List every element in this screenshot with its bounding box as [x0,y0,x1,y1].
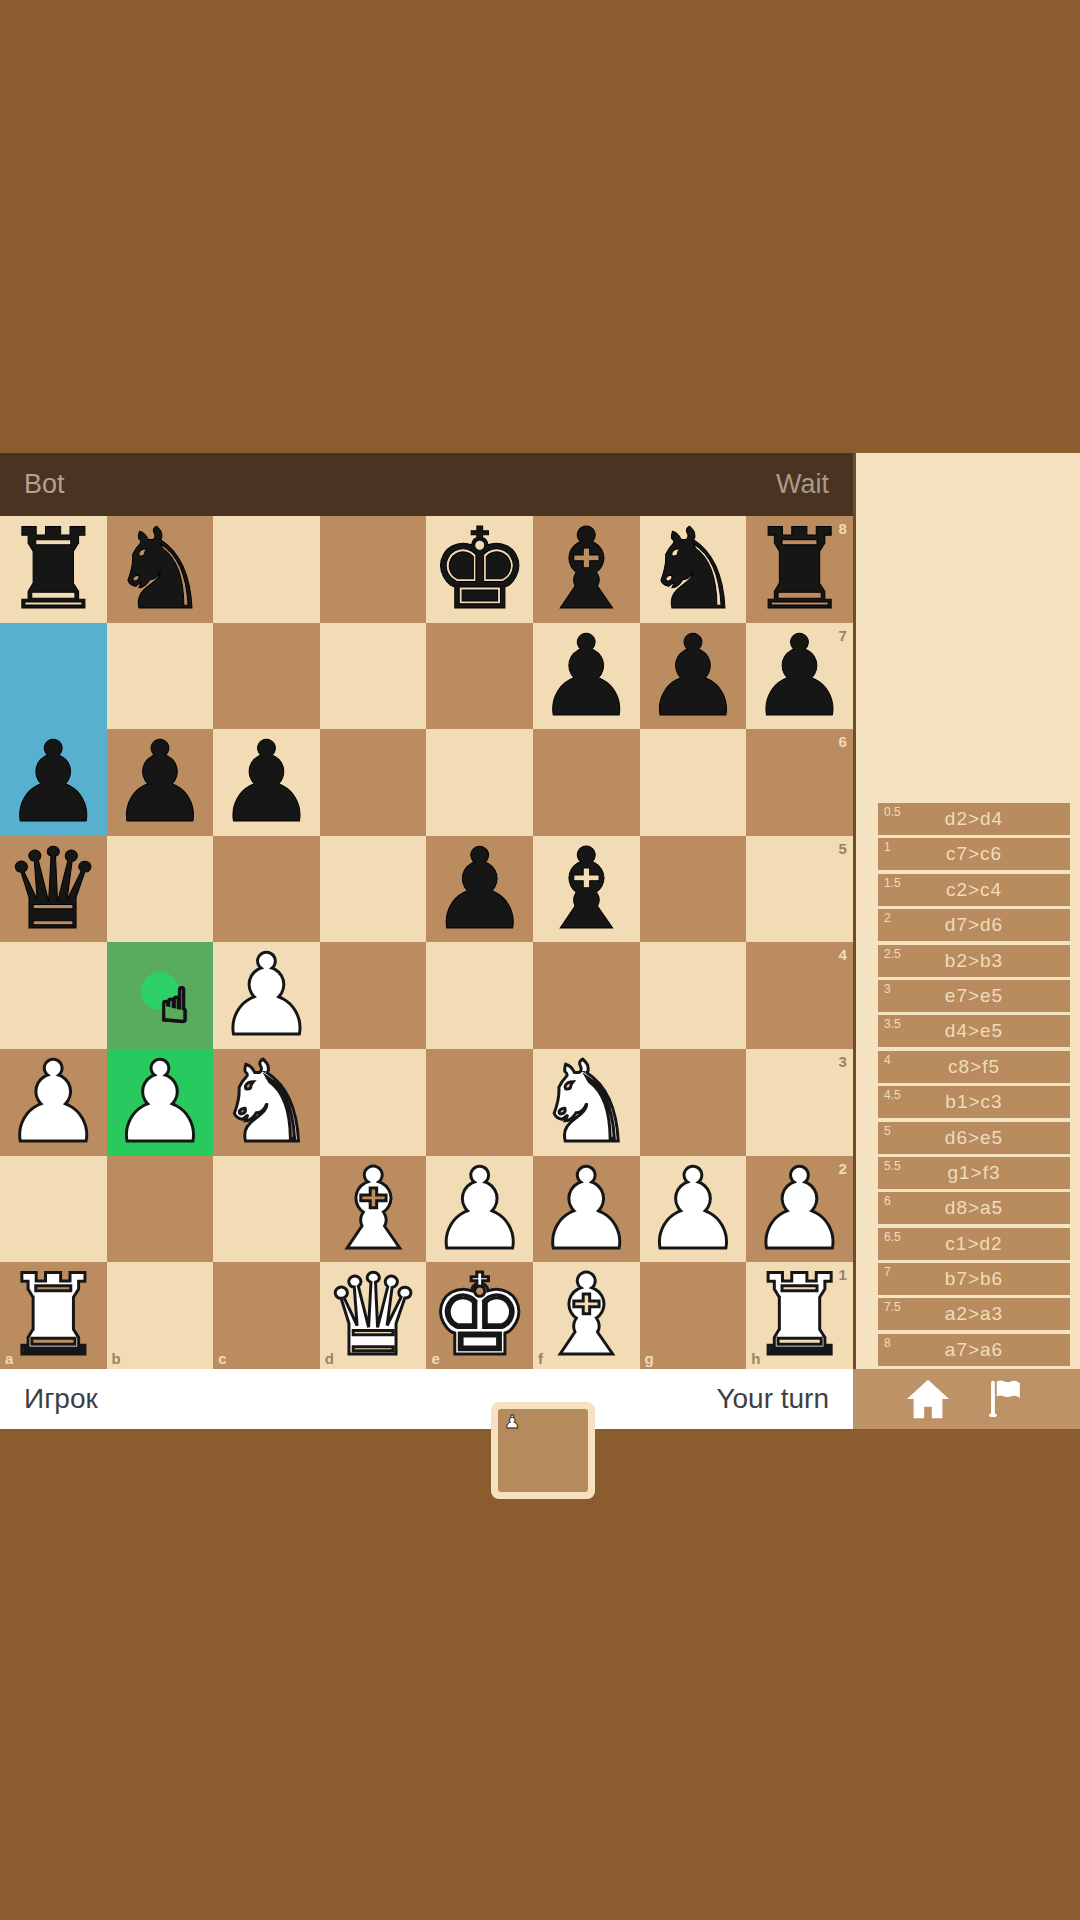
piece-black-pawn[interactable]: ♟ [0,729,107,836]
move-row[interactable]: 4.5b1>c3 [878,1086,1070,1118]
piece-white-pawn[interactable]: ♟ [0,1049,107,1156]
square-h8[interactable]: ♜8 [746,516,853,623]
square-c6[interactable]: ♟ [213,729,320,836]
square-g5[interactable] [640,836,747,943]
file-label-h: h [751,1350,760,1367]
piece-black-bishop[interactable]: ♝ [533,836,640,943]
move-number: 5.5 [884,1159,901,1173]
captured-piece-tray-inner: ♟ [498,1409,588,1492]
file-label-d: d [325,1350,334,1367]
square-h4[interactable]: 4 [746,942,853,1049]
move-text: c7>c6 [946,843,1002,865]
piece-black-knight[interactable]: ♞ [107,516,214,623]
piece-black-pawn[interactable]: ♟ [107,729,214,836]
piece-white-pawn[interactable]: ♟ [426,1156,533,1263]
square-g1[interactable]: g [640,1262,747,1369]
piece-black-pawn[interactable]: ♟ [746,623,853,730]
sidebar: 0.5d2>d41c7>c61.5c2>c42d7>d62.5b2>b33e7>… [853,453,1080,1429]
move-number: 7 [884,1265,891,1279]
square-d6[interactable] [320,729,427,836]
square-f5[interactable]: ♝ [533,836,640,943]
square-h1[interactable]: ♜1h [746,1262,853,1369]
move-row[interactable]: 2d7>d6 [878,909,1070,941]
piece-black-knight[interactable]: ♞ [640,516,747,623]
move-number: 5 [884,1124,891,1138]
move-row[interactable]: 1.5c2>c4 [878,874,1070,906]
piece-black-rook[interactable]: ♜ [0,516,107,623]
piece-black-pawn[interactable]: ♟ [640,623,747,730]
rank-label-8: 8 [838,520,846,537]
square-e1[interactable]: ♚e [426,1262,533,1369]
square-d7[interactable] [320,623,427,730]
square-b6[interactable]: ♟ [107,729,214,836]
move-text: c8>f5 [948,1056,1000,1078]
square-d1[interactable]: ♛d [320,1262,427,1369]
opponent-bar: Bot Wait [0,453,853,516]
square-d8[interactable] [320,516,427,623]
turn-status: Your turn [716,1383,829,1415]
square-b4[interactable]: ☝ [107,942,214,1049]
square-h7[interactable]: ♟7 [746,623,853,730]
piece-white-bishop[interactable]: ♝ [533,1262,640,1369]
square-h3[interactable]: 3 [746,1049,853,1156]
move-number: 3 [884,982,891,996]
app-screen: Bot Wait ♜♞♚♝♞♜8♟♟♟7♟♟♟6♛♟♝5☝♟4♟♟♞♞3♝♟♟♟… [0,0,1080,1920]
square-c2[interactable] [213,1156,320,1263]
move-row[interactable]: 3.5d4>e5 [878,1015,1070,1047]
square-a8[interactable]: ♜ [0,516,107,623]
move-text: d8>a5 [945,1197,1003,1219]
move-text: a7>a6 [945,1339,1003,1361]
file-label-g: g [645,1350,654,1367]
square-f4[interactable] [533,942,640,1049]
rank-label-2: 2 [838,1160,846,1177]
piece-black-king[interactable]: ♚ [426,516,533,623]
move-number: 4 [884,1053,891,1067]
file-label-b: b [112,1350,121,1367]
rank-label-1: 1 [838,1266,846,1283]
chess-board[interactable]: ♜♞♚♝♞♜8♟♟♟7♟♟♟6♛♟♝5☝♟4♟♟♞♞3♝♟♟♟♟2♜abc♛d♚… [0,516,853,1369]
square-g8[interactable]: ♞ [640,516,747,623]
square-a3[interactable]: ♟ [0,1049,107,1156]
square-f3[interactable]: ♞ [533,1049,640,1156]
move-number: 6.5 [884,1230,901,1244]
home-button[interactable] [904,1375,952,1423]
move-number: 2 [884,911,891,925]
move-number: 1.5 [884,876,901,890]
move-text: b2>b3 [945,950,1003,972]
square-c1[interactable]: c [213,1262,320,1369]
square-e8[interactable]: ♚ [426,516,533,623]
square-e2[interactable]: ♟ [426,1156,533,1263]
piece-white-pawn[interactable]: ♟ [640,1156,747,1263]
cursor-hand-icon: ☝ [160,981,189,1029]
square-e4[interactable] [426,942,533,1049]
square-e5[interactable]: ♟ [426,836,533,943]
square-a6[interactable]: ♟ [0,729,107,836]
move-row[interactable]: 5d6>e5 [878,1122,1070,1154]
move-text: d6>e5 [945,1127,1003,1149]
move-row[interactable]: 1c7>c6 [878,838,1070,870]
move-number: 6 [884,1194,891,1208]
square-f6[interactable] [533,729,640,836]
rank-label-7: 7 [838,627,846,644]
move-number: 1 [884,840,891,854]
square-g3[interactable] [640,1049,747,1156]
square-f2[interactable]: ♟ [533,1156,640,1263]
square-c3[interactable]: ♞ [213,1049,320,1156]
file-label-f: f [538,1350,543,1367]
square-f7[interactable]: ♟ [533,623,640,730]
move-number: 2.5 [884,947,901,961]
square-d5[interactable] [320,836,427,943]
piece-black-pawn[interactable]: ♟ [533,623,640,730]
square-a7[interactable] [0,623,107,730]
piece-white-pawn[interactable]: ♟ [107,1049,214,1156]
move-row[interactable]: 0.5d2>d4 [878,803,1070,835]
square-a5[interactable]: ♛ [0,836,107,943]
piece-white-king[interactable]: ♚ [426,1262,533,1369]
piece-white-pawn[interactable]: ♟ [746,1156,853,1263]
player-name: Игрок [24,1383,98,1415]
move-number: 7.5 [884,1300,901,1314]
file-label-a: a [5,1350,13,1367]
rank-label-4: 4 [838,946,846,963]
square-c5[interactable] [213,836,320,943]
opponent-status: Wait [776,469,829,500]
move-list[interactable]: 0.5d2>d41c7>c61.5c2>c42d7>d62.5b2>b33e7>… [878,803,1070,1366]
square-a2[interactable] [0,1156,107,1263]
square-e3[interactable] [426,1049,533,1156]
move-row[interactable]: 8a7>a6 [878,1334,1070,1366]
opponent-name: Bot [24,469,65,500]
move-row[interactable]: 5.5g1>f3 [878,1157,1070,1189]
move-text: a2>a3 [945,1303,1003,1325]
piece-white-rook[interactable]: ♜ [746,1262,853,1369]
piece-black-pawn[interactable]: ♟ [426,836,533,943]
piece-black-bishop[interactable]: ♝ [533,516,640,623]
piece-white-pawn[interactable]: ♟ [213,942,320,1049]
square-b2[interactable] [107,1156,214,1263]
move-text: e7>e5 [945,985,1003,1007]
square-c4[interactable]: ♟ [213,942,320,1049]
resign-button[interactable] [982,1375,1030,1423]
square-f1[interactable]: ♝f [533,1262,640,1369]
square-c7[interactable] [213,623,320,730]
move-number: 8 [884,1336,891,1350]
rank-label-3: 3 [838,1053,846,1070]
square-g7[interactable]: ♟ [640,623,747,730]
move-number: 3.5 [884,1017,901,1031]
move-row[interactable]: 3e7>e5 [878,980,1070,1012]
piece-black-pawn[interactable]: ♟ [213,729,320,836]
square-d2[interactable]: ♝ [320,1156,427,1263]
move-row[interactable]: 6d8>a5 [878,1192,1070,1224]
move-row[interactable]: 2.5b2>b3 [878,945,1070,977]
move-row[interactable]: 4c8>f5 [878,1051,1070,1083]
square-d4[interactable] [320,942,427,1049]
piece-white-queen[interactable]: ♛ [320,1262,427,1369]
piece-white-pawn[interactable]: ♟ [533,1156,640,1263]
captured-piece-tray: ♟ [491,1402,595,1499]
piece-white-rook[interactable]: ♜ [0,1262,107,1369]
move-text: d7>d6 [945,914,1003,936]
move-number: 4.5 [884,1088,901,1102]
square-f8[interactable]: ♝ [533,516,640,623]
square-g4[interactable] [640,942,747,1049]
piece-black-rook[interactable]: ♜ [746,516,853,623]
square-h5[interactable]: 5 [746,836,853,943]
move-number: 0.5 [884,805,901,819]
move-text: d2>d4 [945,808,1003,830]
square-b8[interactable]: ♞ [107,516,214,623]
move-text: c2>c4 [946,879,1002,901]
piece-white-bishop[interactable]: ♝ [320,1156,427,1263]
move-text: b1>c3 [945,1091,1002,1113]
rank-label-6: 6 [838,733,846,750]
flag-icon [983,1376,1029,1422]
move-text: g1>f3 [947,1162,1000,1184]
square-b1[interactable]: b [107,1262,214,1369]
piece-white-knight[interactable]: ♞ [213,1049,320,1156]
square-c8[interactable] [213,516,320,623]
move-text: c1>d2 [945,1233,1002,1255]
square-b5[interactable] [107,836,214,943]
square-h6[interactable]: 6 [746,729,853,836]
file-label-c: c [218,1350,226,1367]
square-h2[interactable]: ♟2 [746,1156,853,1263]
home-icon [905,1376,951,1422]
move-row[interactable]: 7b7>b6 [878,1263,1070,1295]
square-a1[interactable]: ♜a [0,1262,107,1369]
square-e7[interactable] [426,623,533,730]
piece-white-knight[interactable]: ♞ [533,1049,640,1156]
square-b3[interactable]: ♟ [107,1049,214,1156]
square-a4[interactable] [0,942,107,1049]
square-g6[interactable] [640,729,747,836]
square-e6[interactable] [426,729,533,836]
rank-label-5: 5 [838,840,846,857]
file-label-e: e [431,1350,439,1367]
square-b7[interactable] [107,623,214,730]
piece-black-queen[interactable]: ♛ [0,836,107,943]
player-bar: Игрок Your turn [0,1369,853,1429]
move-row[interactable]: 7.5a2>a3 [878,1298,1070,1330]
move-text: d4>e5 [945,1020,1003,1042]
square-g2[interactable]: ♟ [640,1156,747,1263]
move-text: b7>b6 [945,1268,1003,1290]
move-row[interactable]: 6.5c1>d2 [878,1228,1070,1260]
action-bar [853,1369,1080,1429]
square-d3[interactable] [320,1049,427,1156]
captured-white-pawn: ♟ [504,1411,520,1432]
